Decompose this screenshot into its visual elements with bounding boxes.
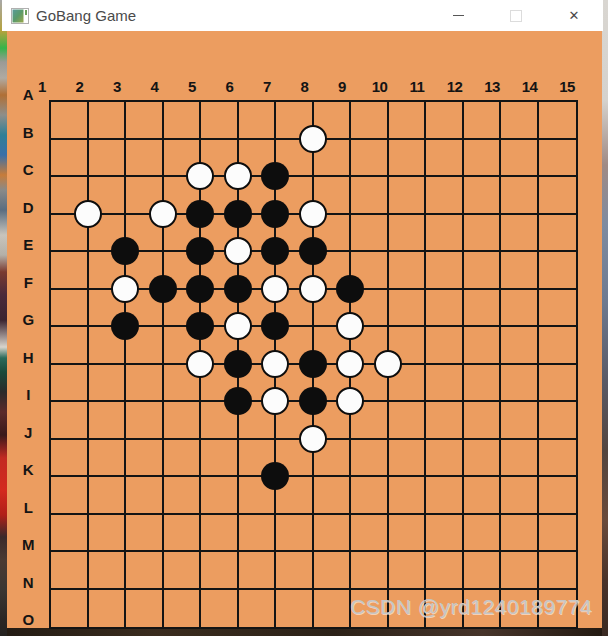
board-cell[interactable] (464, 290, 502, 328)
board-cell[interactable] (501, 252, 539, 290)
column-label: 12 (447, 78, 463, 95)
board-cell[interactable] (464, 327, 502, 365)
board-cell[interactable] (501, 440, 539, 478)
board-cell[interactable] (89, 440, 127, 478)
board-cell[interactable] (201, 552, 239, 590)
board-cell[interactable] (201, 440, 239, 478)
board-cell[interactable] (501, 402, 539, 440)
black-stone (111, 312, 139, 340)
column-label: 15 (559, 78, 575, 95)
black-stone (336, 275, 364, 303)
window-title-bar[interactable]: GoBang Game ✕ (2, 0, 603, 31)
board-cell[interactable] (351, 102, 389, 140)
board-cell[interactable] (89, 402, 127, 440)
board-cell[interactable] (51, 365, 89, 403)
board-cell[interactable] (51, 440, 89, 478)
black-stone (261, 162, 289, 190)
black-stone (186, 275, 214, 303)
board-cell[interactable] (164, 477, 202, 515)
board-cell[interactable] (164, 440, 202, 478)
board-cell[interactable] (389, 440, 427, 478)
board-cell[interactable] (51, 102, 89, 140)
board-cell[interactable] (501, 215, 539, 253)
board-cell[interactable] (89, 365, 127, 403)
board-cell[interactable] (239, 590, 277, 628)
black-stone (186, 237, 214, 265)
white-stone (261, 275, 289, 303)
column-label: 13 (484, 78, 500, 95)
board-cell[interactable] (426, 477, 464, 515)
board-cell[interactable] (426, 215, 464, 253)
board-cell[interactable] (51, 327, 89, 365)
board-cell[interactable] (389, 552, 427, 590)
board-cell[interactable] (201, 477, 239, 515)
row-label: D (23, 198, 33, 215)
board-cell[interactable] (389, 102, 427, 140)
board-cell[interactable] (89, 477, 127, 515)
board-cell[interactable] (51, 140, 89, 178)
board-cell[interactable] (501, 515, 539, 553)
board-cell[interactable] (464, 552, 502, 590)
row-label: H (23, 348, 33, 365)
white-stone (186, 350, 214, 378)
row-label: B (23, 123, 33, 140)
board-cell[interactable] (126, 552, 164, 590)
board-cell[interactable] (89, 552, 127, 590)
row-label: L (24, 498, 33, 515)
board-cell[interactable] (539, 365, 577, 403)
column-label: 1 (38, 78, 46, 95)
white-stone (336, 350, 364, 378)
black-stone (299, 237, 327, 265)
maximize-button[interactable] (487, 0, 545, 31)
board-cell[interactable] (276, 590, 314, 628)
white-stone (224, 162, 252, 190)
board-cell[interactable] (126, 477, 164, 515)
board-cell[interactable] (539, 515, 577, 553)
white-stone (74, 200, 102, 228)
board-cell[interactable] (464, 102, 502, 140)
board-cell[interactable] (314, 477, 352, 515)
black-stone (186, 312, 214, 340)
white-stone (224, 312, 252, 340)
minimize-button[interactable] (429, 0, 487, 31)
gobang-board: CSDN @yrd1240189774 12345678910111213141… (7, 31, 602, 628)
board-cell[interactable] (501, 102, 539, 140)
board-cell[interactable] (351, 440, 389, 478)
black-stone (261, 462, 289, 490)
board-cell[interactable] (426, 252, 464, 290)
white-stone (299, 200, 327, 228)
white-stone (111, 275, 139, 303)
board-cell[interactable] (51, 515, 89, 553)
board-cell[interactable] (51, 477, 89, 515)
board-cell[interactable] (426, 365, 464, 403)
board-cell[interactable] (51, 252, 89, 290)
row-label: C (23, 161, 33, 178)
board-cell[interactable] (201, 515, 239, 553)
desktop-background-left (0, 0, 7, 636)
board-cell[interactable] (351, 215, 389, 253)
board-cell[interactable] (89, 590, 127, 628)
white-stone (299, 425, 327, 453)
board-cell[interactable] (201, 102, 239, 140)
close-button[interactable]: ✕ (545, 0, 603, 31)
board-cell[interactable] (276, 552, 314, 590)
row-label: O (22, 611, 33, 628)
black-stone (111, 237, 139, 265)
board-cell[interactable] (426, 327, 464, 365)
board-cell[interactable] (51, 290, 89, 328)
board-cell[interactable] (351, 515, 389, 553)
board-cell[interactable] (501, 477, 539, 515)
board-cell[interactable] (539, 552, 577, 590)
board-cell[interactable] (501, 290, 539, 328)
black-stone (261, 312, 289, 340)
black-stone (224, 200, 252, 228)
board-cell[interactable] (164, 402, 202, 440)
desktop-background-right (602, 0, 608, 636)
board-cell[interactable] (89, 515, 127, 553)
board-cell[interactable] (464, 177, 502, 215)
board-cell[interactable] (126, 515, 164, 553)
board-cell[interactable] (389, 402, 427, 440)
white-stone (336, 387, 364, 415)
white-stone (261, 350, 289, 378)
row-label: E (23, 236, 33, 253)
board-cell[interactable] (464, 252, 502, 290)
board-cell[interactable] (314, 552, 352, 590)
black-stone (299, 387, 327, 415)
board-cell[interactable] (201, 590, 239, 628)
black-stone (224, 350, 252, 378)
board-cell[interactable] (539, 402, 577, 440)
board-cell[interactable] (89, 140, 127, 178)
column-label: 9 (338, 78, 346, 95)
board-cell[interactable] (164, 590, 202, 628)
board-cell[interactable] (464, 440, 502, 478)
board-cell[interactable] (464, 140, 502, 178)
black-stone (261, 200, 289, 228)
board-cell[interactable] (126, 140, 164, 178)
window-controls: ✕ (429, 0, 603, 31)
minimize-icon (453, 15, 464, 16)
black-stone (149, 275, 177, 303)
board-cell[interactable] (51, 402, 89, 440)
board-cell[interactable] (539, 140, 577, 178)
white-stone (261, 387, 289, 415)
board-cell[interactable] (89, 102, 127, 140)
board-cell[interactable] (314, 590, 352, 628)
board-cell[interactable] (426, 440, 464, 478)
window-title: GoBang Game (36, 7, 136, 24)
board-cell[interactable] (539, 327, 577, 365)
board-cell[interactable] (539, 215, 577, 253)
board-cell[interactable] (501, 552, 539, 590)
board-cell[interactable] (464, 215, 502, 253)
board-cell[interactable] (351, 477, 389, 515)
board-cell[interactable] (314, 515, 352, 553)
board-cell[interactable] (539, 477, 577, 515)
board-cell[interactable] (539, 102, 577, 140)
white-stone (336, 312, 364, 340)
board-cell[interactable] (501, 365, 539, 403)
row-label: J (24, 423, 32, 440)
column-label: 11 (410, 78, 425, 95)
column-label: 5 (188, 78, 196, 95)
white-stone (224, 237, 252, 265)
board-cell[interactable] (464, 402, 502, 440)
board-cell[interactable] (464, 477, 502, 515)
board-cell[interactable] (501, 177, 539, 215)
board-cell[interactable] (389, 290, 427, 328)
board-cell[interactable] (426, 552, 464, 590)
board-cell[interactable] (389, 140, 427, 178)
board-cell[interactable] (539, 252, 577, 290)
column-label: 2 (76, 78, 84, 95)
board-cell[interactable] (126, 402, 164, 440)
board-cell[interactable] (126, 590, 164, 628)
board-cell[interactable] (464, 365, 502, 403)
board-cell[interactable] (426, 515, 464, 553)
black-stone (186, 200, 214, 228)
board-cell[interactable] (426, 402, 464, 440)
black-stone (224, 275, 252, 303)
board-cell[interactable] (164, 552, 202, 590)
board-cell[interactable] (126, 440, 164, 478)
column-label: 6 (226, 78, 234, 95)
row-label: F (24, 273, 33, 290)
white-stone (299, 275, 327, 303)
black-stone (261, 237, 289, 265)
board-cell[interactable] (426, 177, 464, 215)
board-cell[interactable] (126, 365, 164, 403)
board-cell[interactable] (389, 477, 427, 515)
board-cell[interactable] (51, 552, 89, 590)
board-cell[interactable] (426, 102, 464, 140)
board-cell[interactable] (539, 177, 577, 215)
app-icon (11, 8, 29, 24)
board-cell[interactable] (464, 515, 502, 553)
row-label: G (22, 311, 33, 328)
board-cell[interactable] (239, 102, 277, 140)
row-label: M (22, 536, 34, 553)
white-stone (299, 125, 327, 153)
close-icon: ✕ (569, 9, 580, 22)
board-cell[interactable] (239, 552, 277, 590)
board-cell[interactable] (389, 215, 427, 253)
desktop-background-bottom (7, 628, 602, 636)
board-cell[interactable] (351, 177, 389, 215)
row-label: A (23, 86, 33, 103)
white-stone (149, 200, 177, 228)
board-cell[interactable] (389, 515, 427, 553)
black-stone (224, 387, 252, 415)
board-cell[interactable] (276, 515, 314, 553)
row-label: I (26, 386, 30, 403)
board-cell[interactable] (389, 177, 427, 215)
column-label: 10 (372, 78, 388, 95)
maximize-icon (510, 10, 522, 22)
board-cell[interactable] (51, 590, 89, 628)
board-cell[interactable] (539, 290, 577, 328)
row-label: N (23, 573, 33, 590)
board-cell[interactable] (351, 140, 389, 178)
board-cell[interactable] (501, 140, 539, 178)
column-label: 7 (263, 78, 271, 95)
board-cell[interactable] (539, 440, 577, 478)
board-cell[interactable] (126, 102, 164, 140)
board-cell[interactable] (389, 252, 427, 290)
board-cell[interactable] (501, 327, 539, 365)
watermark: CSDN @yrd1240189774 (350, 595, 592, 619)
board-cell[interactable] (426, 140, 464, 178)
black-stone (299, 350, 327, 378)
row-label: K (23, 461, 33, 478)
board-cell[interactable] (164, 102, 202, 140)
column-label: 14 (522, 78, 538, 95)
board-cell[interactable] (239, 515, 277, 553)
board-cell[interactable] (164, 515, 202, 553)
column-label: 8 (301, 78, 309, 95)
column-label: 3 (113, 78, 121, 95)
white-stone (186, 162, 214, 190)
board-cell[interactable] (351, 552, 389, 590)
white-stone (374, 350, 402, 378)
column-label: 4 (151, 78, 159, 95)
board-cell[interactable] (426, 290, 464, 328)
